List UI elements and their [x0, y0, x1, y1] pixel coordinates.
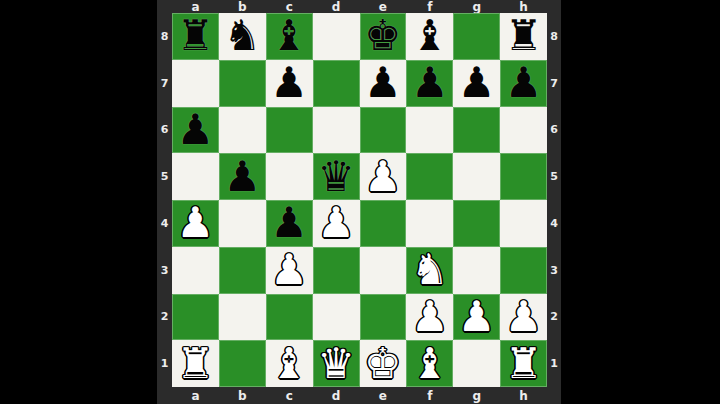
piece-white-bishop: ♝	[411, 341, 449, 387]
file-label-bottom-e: e	[360, 387, 407, 404]
piece-white-bishop: ♝	[270, 341, 308, 387]
file-label-bottom-c: c	[266, 387, 313, 404]
square-e5[interactable]: ♟	[360, 153, 407, 200]
rank-label-right-3: 3	[547, 247, 561, 294]
square-e4[interactable]	[360, 200, 407, 247]
square-h1[interactable]: ♜	[500, 340, 547, 387]
square-f6[interactable]	[406, 107, 453, 154]
square-h7[interactable]: ♟	[500, 60, 547, 107]
square-b2[interactable]	[219, 294, 266, 341]
square-d6[interactable]	[313, 107, 360, 154]
square-f3[interactable]: ♞	[406, 247, 453, 294]
square-g3[interactable]	[453, 247, 500, 294]
square-b4[interactable]	[219, 200, 266, 247]
piece-black-pawn: ♟	[270, 200, 308, 246]
square-g2[interactable]: ♟	[453, 294, 500, 341]
square-f7[interactable]: ♟	[406, 60, 453, 107]
square-b7[interactable]	[219, 60, 266, 107]
square-c6[interactable]	[266, 107, 313, 154]
file-label-top-e: e	[360, 0, 407, 13]
square-g6[interactable]	[453, 107, 500, 154]
piece-black-rook: ♜	[177, 13, 215, 59]
file-label-top-g: g	[453, 0, 500, 13]
square-d8[interactable]	[313, 13, 360, 60]
square-a3[interactable]	[172, 247, 219, 294]
piece-white-rook: ♜	[505, 341, 543, 387]
rank-label-left-4: 4	[157, 200, 172, 247]
square-d1[interactable]: ♛	[313, 340, 360, 387]
square-d5[interactable]: ♛	[313, 153, 360, 200]
square-f4[interactable]	[406, 200, 453, 247]
square-h2[interactable]: ♟	[500, 294, 547, 341]
square-f2[interactable]: ♟	[406, 294, 453, 341]
square-c2[interactable]	[266, 294, 313, 341]
rank-label-left-2: 2	[157, 294, 172, 341]
square-a2[interactable]	[172, 294, 219, 341]
piece-white-knight: ♞	[411, 247, 449, 293]
square-b6[interactable]	[219, 107, 266, 154]
square-d3[interactable]	[313, 247, 360, 294]
rank-label-left-1: 1	[157, 340, 172, 387]
square-d7[interactable]	[313, 60, 360, 107]
piece-black-bishop: ♝	[411, 13, 449, 59]
piece-black-bishop: ♝	[270, 13, 308, 59]
file-label-top-f: f	[406, 0, 453, 13]
file-label-bottom-d: d	[313, 387, 360, 404]
rank-label-right-4: 4	[547, 200, 561, 247]
square-e7[interactable]: ♟	[360, 60, 407, 107]
square-h8[interactable]: ♜	[500, 13, 547, 60]
piece-black-queen: ♛	[317, 154, 355, 200]
square-e3[interactable]	[360, 247, 407, 294]
square-c8[interactable]: ♝	[266, 13, 313, 60]
rank-label-left-5: 5	[157, 153, 172, 200]
app-background: abcdefgh8♜♞♝♚♝♜87♟♟♟♟♟76♟65♟♛♟54♟♟♟43♟♞3…	[0, 0, 720, 404]
square-a6[interactable]: ♟	[172, 107, 219, 154]
square-b1[interactable]	[219, 340, 266, 387]
frame-corner-bottom-left	[157, 387, 172, 404]
piece-black-king: ♚	[364, 13, 402, 59]
rank-label-right-1: 1	[547, 340, 561, 387]
rank-label-right-5: 5	[547, 153, 561, 200]
piece-white-rook: ♜	[177, 341, 215, 387]
file-label-top-a: a	[172, 0, 219, 13]
rank-label-left-3: 3	[157, 247, 172, 294]
square-e1[interactable]: ♚	[360, 340, 407, 387]
piece-black-rook: ♜	[505, 13, 543, 59]
chess-board-frame: abcdefgh8♜♞♝♚♝♜87♟♟♟♟♟76♟65♟♛♟54♟♟♟43♟♞3…	[157, 0, 561, 404]
square-a8[interactable]: ♜	[172, 13, 219, 60]
piece-black-knight: ♞	[223, 13, 261, 59]
file-label-top-h: h	[500, 0, 547, 13]
square-g8[interactable]	[453, 13, 500, 60]
piece-black-pawn: ♟	[223, 154, 261, 200]
file-label-top-c: c	[266, 0, 313, 13]
square-f8[interactable]: ♝	[406, 13, 453, 60]
square-f1[interactable]: ♝	[406, 340, 453, 387]
piece-white-king: ♚	[364, 341, 402, 387]
square-h5[interactable]	[500, 153, 547, 200]
file-label-bottom-a: a	[172, 387, 219, 404]
square-g4[interactable]	[453, 200, 500, 247]
rank-label-left-8: 8	[157, 13, 172, 60]
piece-white-pawn: ♟	[317, 200, 355, 246]
square-b3[interactable]	[219, 247, 266, 294]
piece-black-pawn: ♟	[505, 60, 543, 106]
square-c5[interactable]	[266, 153, 313, 200]
square-c3[interactable]: ♟	[266, 247, 313, 294]
square-h6[interactable]	[500, 107, 547, 154]
rank-label-left-7: 7	[157, 60, 172, 107]
square-g7[interactable]: ♟	[453, 60, 500, 107]
rank-label-right-8: 8	[547, 13, 561, 60]
piece-black-pawn: ♟	[270, 60, 308, 106]
square-d4[interactable]: ♟	[313, 200, 360, 247]
file-label-bottom-f: f	[406, 387, 453, 404]
rank-label-right-2: 2	[547, 294, 561, 341]
piece-white-queen: ♛	[317, 341, 355, 387]
rank-label-left-6: 6	[157, 107, 172, 154]
square-c1[interactable]: ♝	[266, 340, 313, 387]
square-e6[interactable]	[360, 107, 407, 154]
piece-white-pawn: ♟	[177, 200, 215, 246]
frame-corner-top-right	[547, 0, 561, 13]
square-e8[interactable]: ♚	[360, 13, 407, 60]
piece-white-pawn: ♟	[364, 154, 402, 200]
square-b5[interactable]: ♟	[219, 153, 266, 200]
square-c7[interactable]: ♟	[266, 60, 313, 107]
square-c4[interactable]: ♟	[266, 200, 313, 247]
piece-black-pawn: ♟	[177, 107, 215, 153]
file-label-top-b: b	[219, 0, 266, 13]
file-label-bottom-g: g	[453, 387, 500, 404]
square-a4[interactable]: ♟	[172, 200, 219, 247]
square-b8[interactable]: ♞	[219, 13, 266, 60]
piece-white-pawn: ♟	[458, 294, 496, 340]
piece-white-pawn: ♟	[505, 294, 543, 340]
piece-black-pawn: ♟	[458, 60, 496, 106]
square-a5[interactable]	[172, 153, 219, 200]
square-e2[interactable]	[360, 294, 407, 341]
square-a7[interactable]	[172, 60, 219, 107]
file-label-bottom-b: b	[219, 387, 266, 404]
file-label-top-d: d	[313, 0, 360, 13]
piece-black-pawn: ♟	[364, 60, 402, 106]
piece-black-pawn: ♟	[411, 60, 449, 106]
square-a1[interactable]: ♜	[172, 340, 219, 387]
frame-corner-bottom-right	[547, 387, 561, 404]
square-d2[interactable]	[313, 294, 360, 341]
square-h3[interactable]	[500, 247, 547, 294]
square-g1[interactable]	[453, 340, 500, 387]
square-h4[interactable]	[500, 200, 547, 247]
piece-white-pawn: ♟	[411, 294, 449, 340]
rank-label-right-6: 6	[547, 107, 561, 154]
rank-label-right-7: 7	[547, 60, 561, 107]
piece-white-pawn: ♟	[270, 247, 308, 293]
frame-corner-top-left	[157, 0, 172, 13]
square-g5[interactable]	[453, 153, 500, 200]
file-label-bottom-h: h	[500, 387, 547, 404]
square-f5[interactable]	[406, 153, 453, 200]
